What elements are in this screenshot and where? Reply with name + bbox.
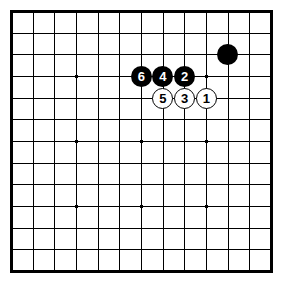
star-point — [140, 205, 143, 208]
star-point — [205, 75, 208, 78]
star-point — [75, 140, 78, 143]
stone-black-2: 2 — [174, 66, 195, 87]
stone-white-1: 1 — [196, 88, 217, 109]
stone-black-4: 4 — [152, 66, 173, 87]
stone-white-5: 5 — [152, 88, 173, 109]
star-point — [205, 140, 208, 143]
star-point — [75, 205, 78, 208]
stone-black-plain — [217, 44, 238, 65]
star-point — [75, 75, 78, 78]
board-grid: 642531 — [1, 1, 282, 282]
star-point — [205, 205, 208, 208]
star-point — [140, 140, 143, 143]
stone-white-3: 3 — [174, 88, 195, 109]
stone-black-6: 6 — [131, 66, 152, 87]
go-board-diagram: 642531 — [0, 0, 285, 285]
